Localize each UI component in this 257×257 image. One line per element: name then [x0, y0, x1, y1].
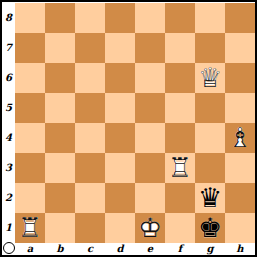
square-a3[interactable] — [15, 153, 45, 183]
square-c5[interactable] — [75, 93, 105, 123]
black-queen-icon: ♛ — [195, 183, 225, 213]
square-a5[interactable] — [15, 93, 45, 123]
file-label-c: c — [75, 243, 105, 255]
white-rook-icon: ♖ — [165, 153, 195, 183]
square-b3[interactable] — [45, 153, 75, 183]
square-d4[interactable] — [105, 123, 135, 153]
rank-label-7: 7 — [2, 33, 15, 63]
white-queen-icon: ♕ — [195, 63, 225, 93]
square-b8[interactable] — [45, 3, 75, 33]
file-labels: abcdefgh — [15, 243, 255, 255]
square-f5[interactable] — [165, 93, 195, 123]
file-label-e: e — [135, 243, 165, 255]
square-b5[interactable] — [45, 93, 75, 123]
rank-label-8: 8 — [2, 3, 15, 33]
rank-label-5: 5 — [2, 93, 15, 123]
square-d2[interactable] — [105, 183, 135, 213]
square-c7[interactable] — [75, 33, 105, 63]
square-c1[interactable] — [75, 213, 105, 243]
white-bishop-icon: ♗ — [225, 123, 255, 153]
square-e3[interactable] — [135, 153, 165, 183]
square-h1[interactable] — [225, 213, 255, 243]
square-b1[interactable] — [45, 213, 75, 243]
square-a6[interactable] — [15, 63, 45, 93]
square-a2[interactable] — [15, 183, 45, 213]
file-label-a: a — [15, 243, 45, 255]
square-b7[interactable] — [45, 33, 75, 63]
square-f1[interactable] — [165, 213, 195, 243]
square-d1[interactable] — [105, 213, 135, 243]
square-f7[interactable] — [165, 33, 195, 63]
board-margin: 87654321 ♛♕♝♗♜♖♛♜♖♚♔♚ abcdefgh — [2, 2, 255, 255]
square-h4[interactable]: ♝♗ — [225, 123, 255, 153]
square-c3[interactable] — [75, 153, 105, 183]
file-label-f: f — [165, 243, 195, 255]
square-g3[interactable] — [195, 153, 225, 183]
chess-board: ♛♕♝♗♜♖♛♜♖♚♔♚ — [15, 3, 255, 243]
white-king-icon: ♔ — [135, 213, 165, 243]
square-d3[interactable] — [105, 153, 135, 183]
square-e1[interactable]: ♚♔ — [135, 213, 165, 243]
square-g1[interactable]: ♚ — [195, 213, 225, 243]
square-f6[interactable] — [165, 63, 195, 93]
black-king-icon: ♚ — [195, 213, 225, 243]
rank-label-3: 3 — [2, 153, 15, 183]
square-b6[interactable] — [45, 63, 75, 93]
rank-label-4: 4 — [2, 123, 15, 153]
square-g5[interactable] — [195, 93, 225, 123]
square-e8[interactable] — [135, 3, 165, 33]
square-c8[interactable] — [75, 3, 105, 33]
square-h5[interactable] — [225, 93, 255, 123]
file-label-b: b — [45, 243, 75, 255]
square-c2[interactable] — [75, 183, 105, 213]
rank-label-6: 6 — [2, 63, 15, 93]
square-h7[interactable] — [225, 33, 255, 63]
square-d7[interactable] — [105, 33, 135, 63]
square-a7[interactable] — [15, 33, 45, 63]
rank-labels: 87654321 — [2, 3, 15, 243]
square-g2[interactable]: ♛ — [195, 183, 225, 213]
square-d8[interactable] — [105, 3, 135, 33]
chess-diagram: 87654321 ♛♕♝♗♜♖♛♜♖♚♔♚ abcdefgh — [0, 0, 257, 257]
rank-label-1: 1 — [2, 213, 15, 243]
square-f8[interactable] — [165, 3, 195, 33]
square-g8[interactable] — [195, 3, 225, 33]
file-label-d: d — [105, 243, 135, 255]
square-g6[interactable]: ♛♕ — [195, 63, 225, 93]
square-h2[interactable] — [225, 183, 255, 213]
square-d5[interactable] — [105, 93, 135, 123]
rank-label-2: 2 — [2, 183, 15, 213]
square-f3[interactable]: ♜♖ — [165, 153, 195, 183]
square-e5[interactable] — [135, 93, 165, 123]
square-h8[interactable] — [225, 3, 255, 33]
square-f4[interactable] — [165, 123, 195, 153]
square-d6[interactable] — [105, 63, 135, 93]
square-b4[interactable] — [45, 123, 75, 153]
square-c6[interactable] — [75, 63, 105, 93]
square-g7[interactable] — [195, 33, 225, 63]
square-a1[interactable]: ♜♖ — [15, 213, 45, 243]
square-a4[interactable] — [15, 123, 45, 153]
white-rook-icon: ♖ — [15, 213, 45, 243]
square-a8[interactable] — [15, 3, 45, 33]
square-h3[interactable] — [225, 153, 255, 183]
square-e6[interactable] — [135, 63, 165, 93]
file-label-g: g — [195, 243, 225, 255]
square-h6[interactable] — [225, 63, 255, 93]
square-c4[interactable] — [75, 123, 105, 153]
side-to-move-indicator — [3, 242, 15, 254]
square-e2[interactable] — [135, 183, 165, 213]
square-e7[interactable] — [135, 33, 165, 63]
square-f2[interactable] — [165, 183, 195, 213]
square-g4[interactable] — [195, 123, 225, 153]
square-e4[interactable] — [135, 123, 165, 153]
file-label-h: h — [225, 243, 255, 255]
square-b2[interactable] — [45, 183, 75, 213]
